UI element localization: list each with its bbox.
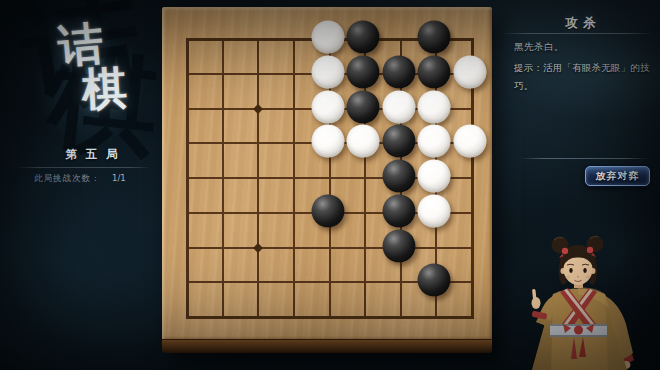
stone-white [418, 90, 451, 123]
stone-white [418, 160, 451, 193]
npc-girl-illustration [505, 232, 660, 370]
stone-white [454, 125, 487, 158]
go-board[interactable] [162, 7, 492, 353]
stone-black [382, 125, 415, 158]
objective-panel: 攻杀 黑先杀白。 提示：活用「有眼杀无眼」的技巧。 放弃对弈 [498, 0, 660, 200]
board-grid [187, 39, 472, 317]
give-up-button[interactable]: 放弃对弈 [585, 166, 650, 186]
stone-black [347, 90, 380, 123]
stone-black [347, 55, 380, 88]
objective-text: 黑先杀白。 [514, 41, 564, 54]
stone-white [311, 125, 344, 158]
stone-black [311, 194, 344, 227]
stone-black [382, 160, 415, 193]
divider [17, 167, 151, 168]
stone-white [382, 90, 415, 123]
stone-black [347, 21, 380, 54]
stone-black [418, 55, 451, 88]
round-label: 第五局 [25, 147, 158, 162]
stone-white [347, 125, 380, 158]
puzzle-title-panel: 诘 棋 诘 棋 第五局 此局挑战次数： 1/1 [0, 0, 162, 370]
hint-text: 提示：活用「有眼杀无眼」的技巧。 [514, 59, 660, 94]
stone-white [311, 21, 344, 54]
divider [520, 158, 650, 159]
objective-title: 攻杀 [498, 15, 660, 32]
stone-white [418, 125, 451, 158]
stone-white [418, 194, 451, 227]
divider [502, 33, 654, 34]
stone-black [418, 264, 451, 297]
game-screen: 诘 棋 诘 棋 第五局 此局挑战次数： 1/1 攻杀 黑先杀白。 提示：活用「有… [0, 0, 660, 370]
board-front-edge [162, 339, 492, 353]
stone-black [418, 21, 451, 54]
stone-white [311, 90, 344, 123]
calligraphy-title-char-2: 棋 [81, 65, 128, 112]
stone-black [382, 229, 415, 262]
stone-white [454, 55, 487, 88]
stone-black [382, 55, 415, 88]
attempts-value: 1/1 [112, 173, 126, 183]
board-surface[interactable] [162, 7, 492, 340]
attempts-label: 此局挑战次数： [34, 173, 101, 185]
stone-black [382, 194, 415, 227]
stone-white [311, 55, 344, 88]
